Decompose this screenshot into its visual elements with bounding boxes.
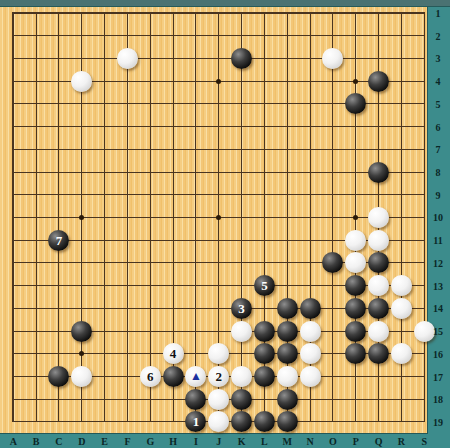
row-label-10: 10 [428, 212, 448, 223]
move-number-label: 4 [170, 347, 177, 360]
stone-white-r13 [391, 275, 412, 296]
stone-white-q11 [368, 230, 389, 251]
row-label-15: 15 [428, 326, 448, 337]
column-label-i: I [194, 436, 198, 447]
row-label-8: 8 [428, 167, 448, 178]
column-label-m: M [283, 436, 292, 447]
row-label-19: 19 [428, 416, 448, 427]
go-diagram-window: 75346▲21 ABCDEFGHIJKLMNOPQRS123456789101… [0, 0, 450, 448]
star-point-j4 [216, 79, 221, 84]
triangle-marker-icon: ▲ [190, 370, 202, 382]
row-label-4: 4 [428, 76, 448, 87]
column-label-d: D [78, 436, 85, 447]
stone-black-m19 [277, 411, 298, 432]
column-label-b: B [33, 436, 40, 447]
stone-black-d15 [71, 321, 92, 342]
stone-black-k14: 3 [231, 298, 252, 319]
column-label-o: O [329, 436, 337, 447]
row-label-14: 14 [428, 303, 448, 314]
stone-white-q10 [368, 207, 389, 228]
go-board[interactable]: 75346▲21 [0, 7, 428, 434]
row-label-3: 3 [428, 53, 448, 64]
stone-black-q8 [368, 162, 389, 183]
stone-black-n14 [300, 298, 321, 319]
move-number-label: 7 [56, 234, 63, 247]
row-label-12: 12 [428, 257, 448, 268]
move-number-label: 6 [147, 370, 154, 383]
stone-black-k3 [231, 48, 252, 69]
stone-black-l17 [254, 366, 275, 387]
row-label-2: 2 [428, 30, 448, 41]
stone-white-g17: 6 [140, 366, 161, 387]
row-label-17: 17 [428, 371, 448, 382]
top-frame-strip [0, 0, 450, 7]
row-label-11: 11 [428, 235, 448, 246]
stone-black-h17 [163, 366, 184, 387]
stone-black-m18 [277, 389, 298, 410]
column-label-g: G [146, 436, 154, 447]
column-label-l: L [261, 436, 268, 447]
stone-white-j18 [208, 389, 229, 410]
stone-black-m16 [277, 343, 298, 364]
stone-white-m17 [277, 366, 298, 387]
row-label-5: 5 [428, 98, 448, 109]
row-label-18: 18 [428, 394, 448, 405]
move-number-label: 2 [216, 370, 223, 383]
stone-black-q14 [368, 298, 389, 319]
row-label-7: 7 [428, 144, 448, 155]
row-label-6: 6 [428, 121, 448, 132]
move-number-label: 5 [261, 279, 268, 292]
stone-white-n16 [300, 343, 321, 364]
move-number-label: 3 [238, 302, 245, 315]
stone-black-m14 [277, 298, 298, 319]
stone-white-k15 [231, 321, 252, 342]
column-label-q: Q [375, 436, 383, 447]
column-label-s: S [421, 436, 427, 447]
stone-white-r14 [391, 298, 412, 319]
column-label-a: A [10, 436, 17, 447]
stone-black-k19 [231, 411, 252, 432]
stone-white-j19 [208, 411, 229, 432]
column-label-f: F [124, 436, 130, 447]
stone-white-d4 [71, 71, 92, 92]
stone-black-k18 [231, 389, 252, 410]
stone-black-m15 [277, 321, 298, 342]
stone-white-f3 [117, 48, 138, 69]
row-label-1: 1 [428, 8, 448, 19]
stone-black-i19: 1 [185, 411, 206, 432]
stone-white-n17 [300, 366, 321, 387]
stone-white-h16: 4 [163, 343, 184, 364]
stone-black-p14 [345, 298, 366, 319]
stone-white-p11 [345, 230, 366, 251]
stone-white-k17 [231, 366, 252, 387]
stone-black-p15 [345, 321, 366, 342]
column-label-p: P [353, 436, 359, 447]
stone-black-l13: 5 [254, 275, 275, 296]
column-label-k: K [238, 436, 246, 447]
move-number-label: 1 [193, 415, 200, 428]
column-label-r: R [398, 436, 405, 447]
row-label-16: 16 [428, 348, 448, 359]
column-label-h: H [169, 436, 177, 447]
stone-black-l15 [254, 321, 275, 342]
column-label-j: J [216, 436, 221, 447]
stone-white-n15 [300, 321, 321, 342]
stone-white-q15 [368, 321, 389, 342]
stone-black-q4 [368, 71, 389, 92]
column-label-e: E [101, 436, 108, 447]
column-label-n: N [306, 436, 313, 447]
stone-black-l19 [254, 411, 275, 432]
star-point-p4 [353, 79, 358, 84]
stone-black-c11: 7 [48, 230, 69, 251]
column-label-c: C [55, 436, 62, 447]
row-label-9: 9 [428, 189, 448, 200]
row-label-13: 13 [428, 280, 448, 291]
